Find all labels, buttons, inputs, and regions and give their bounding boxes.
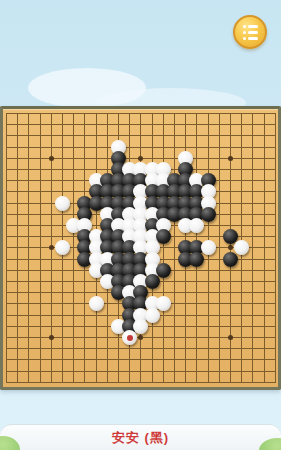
white-stone[interactable]	[133, 319, 148, 334]
star-point	[228, 335, 233, 340]
star-point	[49, 245, 54, 250]
white-stone[interactable]	[189, 218, 204, 233]
menu-list-icon	[243, 37, 258, 40]
menu-list-icon	[243, 31, 258, 34]
star-point	[138, 156, 143, 161]
white-stone[interactable]	[89, 296, 104, 311]
go-board[interactable]	[0, 106, 281, 390]
star-point	[49, 156, 54, 161]
menu-button[interactable]	[233, 15, 267, 49]
star-point	[138, 335, 143, 340]
black-stone[interactable]	[201, 207, 216, 222]
white-stone[interactable]	[156, 296, 171, 311]
white-stone[interactable]	[145, 308, 160, 323]
white-stone[interactable]	[55, 196, 70, 211]
menu-list-icon	[243, 25, 258, 28]
star-point	[228, 156, 233, 161]
player-bar: 安安 (黑)	[0, 424, 281, 450]
app-screen: 安安 (黑)	[0, 0, 281, 450]
star-point	[49, 335, 54, 340]
player-label: 安安 (黑)	[112, 429, 169, 447]
black-stone[interactable]	[189, 252, 204, 267]
star-point	[228, 245, 233, 250]
last-move-marker	[127, 335, 133, 341]
white-stone[interactable]	[201, 240, 216, 255]
black-stone[interactable]	[223, 252, 238, 267]
white-stone[interactable]	[234, 240, 249, 255]
white-stone-last-move[interactable]	[122, 330, 137, 345]
black-stone[interactable]	[145, 274, 160, 289]
white-stone[interactable]	[55, 240, 70, 255]
board-grid[interactable]	[6, 113, 276, 383]
